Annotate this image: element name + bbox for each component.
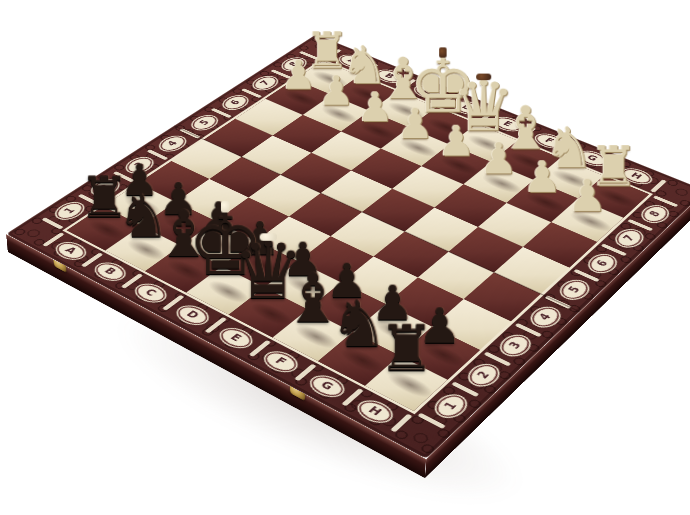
border-inlay-strip: [248, 340, 270, 357]
file-label-f-near: F: [262, 350, 299, 373]
border-inlay-strip: [120, 273, 142, 288]
border-inlay-strip: [204, 317, 226, 333]
border-inlay-strip: [515, 323, 542, 337]
file-label-e-near: E: [218, 326, 254, 349]
border-inlay-strip: [180, 128, 202, 138]
piece-white-pawn-h7[interactable]: ♟: [539, 172, 636, 220]
rank-label-5-right: 5: [558, 278, 590, 300]
border-inlay-strip: [601, 243, 627, 256]
border-inlay-strip: [628, 219, 654, 231]
border-inlay-strip: [211, 108, 232, 118]
file-label-b-near: B: [93, 261, 127, 281]
rank-label-1-right: 1: [433, 393, 469, 419]
border-inlay-strip: [653, 195, 678, 207]
border-inlay-strip: [341, 388, 363, 406]
file-label-d-near: D: [175, 304, 211, 326]
rank-label-6-left: 6: [221, 94, 250, 110]
border-inlay-strip: [42, 232, 64, 246]
rank-label-4-left: 4: [157, 135, 187, 152]
border-inlay-strip: [418, 412, 446, 428]
border-inlay-strip: [484, 351, 512, 366]
rank-label-2-right: 2: [466, 362, 501, 387]
rank-label-3-right: 3: [498, 333, 532, 357]
rank-label-8-right: 8: [640, 204, 670, 223]
file-label-h-near: H: [356, 399, 394, 424]
rank-label-7-right: 7: [614, 228, 645, 248]
border-inlay-strip: [452, 381, 480, 396]
rank-label-4-right: 4: [529, 305, 562, 328]
photo-scene: AA11BB22CC33DD44EE55FF66GG77HH88 ♜♞♝♚♛♝♞…: [0, 0, 690, 515]
border-inlay-strip: [574, 269, 601, 282]
border-inlay-strip: [390, 413, 412, 432]
photo-stage: AA11BB22CC33DD44EE55FF66GG77HH88 ♜♞♝♚♛♝♞…: [0, 0, 690, 515]
rank-label-6-right: 6: [587, 253, 619, 274]
file-label-c-near: C: [133, 282, 168, 303]
border-inlay-strip: [294, 363, 316, 380]
rank-label-5-left: 5: [190, 114, 220, 131]
border-inlay-strip: [162, 295, 184, 311]
border-inlay-strip: [81, 252, 103, 267]
file-label-g-near: G: [308, 374, 346, 398]
piece-black-rook-h1[interactable]: ♜: [352, 315, 461, 383]
